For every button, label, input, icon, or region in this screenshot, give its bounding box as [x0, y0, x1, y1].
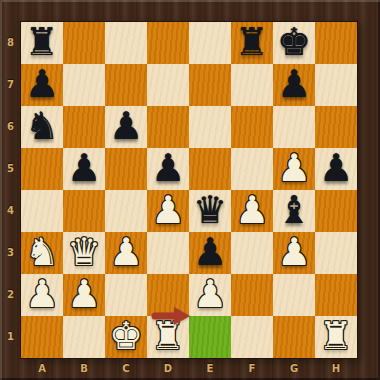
white-queen[interactable]: ♛ — [67, 233, 101, 271]
square-g4[interactable]: ♝ — [273, 190, 315, 232]
chessboard-frame: ♜♜♚♟♟♞♟♟♟♟♟♟♛♟♝♞♛♟♟♟♟♟♟♚♜♜ 87654321ABCDE… — [0, 0, 380, 380]
square-e3[interactable]: ♟ — [189, 232, 231, 274]
square-c8[interactable] — [105, 22, 147, 64]
square-f8[interactable]: ♜ — [231, 22, 273, 64]
rank-label-5: 5 — [0, 148, 21, 190]
square-f1[interactable] — [231, 316, 273, 358]
square-c3[interactable]: ♟ — [105, 232, 147, 274]
black-queen[interactable]: ♛ — [193, 191, 227, 229]
white-rook[interactable]: ♜ — [319, 317, 353, 355]
rank-label-8: 8 — [0, 22, 21, 64]
square-b7[interactable] — [63, 64, 105, 106]
rank-label-2: 2 — [0, 274, 21, 316]
square-h3[interactable] — [315, 232, 357, 274]
move-arrow — [148, 305, 194, 327]
white-pawn[interactable]: ♟ — [277, 233, 311, 271]
square-h1[interactable]: ♜ — [315, 316, 357, 358]
square-h8[interactable] — [315, 22, 357, 64]
rank-label-3: 3 — [0, 232, 21, 274]
square-d6[interactable] — [147, 106, 189, 148]
square-d4[interactable]: ♟ — [147, 190, 189, 232]
black-pawn[interactable]: ♟ — [193, 233, 227, 271]
file-label-f: F — [231, 358, 273, 380]
square-e4[interactable]: ♛ — [189, 190, 231, 232]
square-e7[interactable] — [189, 64, 231, 106]
square-f3[interactable] — [231, 232, 273, 274]
white-pawn[interactable]: ♟ — [151, 191, 185, 229]
square-e2[interactable]: ♟ — [189, 274, 231, 316]
square-g7[interactable]: ♟ — [273, 64, 315, 106]
file-label-h: H — [315, 358, 357, 380]
black-pawn[interactable]: ♟ — [67, 149, 101, 187]
black-pawn[interactable]: ♟ — [109, 107, 143, 145]
black-bishop[interactable]: ♝ — [277, 191, 311, 229]
square-b6[interactable] — [63, 106, 105, 148]
square-g6[interactable] — [273, 106, 315, 148]
white-pawn[interactable]: ♟ — [67, 275, 101, 313]
square-g1[interactable] — [273, 316, 315, 358]
black-knight[interactable]: ♞ — [25, 107, 59, 145]
square-a3[interactable]: ♞ — [21, 232, 63, 274]
square-g5[interactable]: ♟ — [273, 148, 315, 190]
square-b5[interactable]: ♟ — [63, 148, 105, 190]
square-a7[interactable]: ♟ — [21, 64, 63, 106]
square-a6[interactable]: ♞ — [21, 106, 63, 148]
square-e6[interactable] — [189, 106, 231, 148]
square-f5[interactable] — [231, 148, 273, 190]
white-pawn[interactable]: ♟ — [277, 149, 311, 187]
square-e1[interactable] — [189, 316, 231, 358]
square-h7[interactable] — [315, 64, 357, 106]
square-e5[interactable] — [189, 148, 231, 190]
square-h6[interactable] — [315, 106, 357, 148]
square-f4[interactable]: ♟ — [231, 190, 273, 232]
square-d3[interactable] — [147, 232, 189, 274]
square-a5[interactable] — [21, 148, 63, 190]
black-king[interactable]: ♚ — [277, 23, 311, 61]
file-label-d: D — [147, 358, 189, 380]
square-c2[interactable] — [105, 274, 147, 316]
square-c6[interactable]: ♟ — [105, 106, 147, 148]
white-king[interactable]: ♚ — [109, 317, 143, 355]
square-b8[interactable] — [63, 22, 105, 64]
square-h2[interactable] — [315, 274, 357, 316]
white-pawn[interactable]: ♟ — [109, 233, 143, 271]
square-d7[interactable] — [147, 64, 189, 106]
file-label-e: E — [189, 358, 231, 380]
square-b4[interactable] — [63, 190, 105, 232]
rank-label-7: 7 — [0, 64, 21, 106]
square-f7[interactable] — [231, 64, 273, 106]
black-rook[interactable]: ♜ — [25, 23, 59, 61]
square-g8[interactable]: ♚ — [273, 22, 315, 64]
black-pawn[interactable]: ♟ — [319, 149, 353, 187]
rank-label-4: 4 — [0, 190, 21, 232]
file-label-b: B — [63, 358, 105, 380]
rank-label-6: 6 — [0, 106, 21, 148]
black-pawn[interactable]: ♟ — [277, 65, 311, 103]
square-h5[interactable]: ♟ — [315, 148, 357, 190]
square-e8[interactable] — [189, 22, 231, 64]
square-c4[interactable] — [105, 190, 147, 232]
square-f6[interactable] — [231, 106, 273, 148]
square-b3[interactable]: ♛ — [63, 232, 105, 274]
square-a4[interactable] — [21, 190, 63, 232]
file-label-c: C — [105, 358, 147, 380]
black-rook[interactable]: ♜ — [235, 23, 269, 61]
square-c5[interactable] — [105, 148, 147, 190]
square-g3[interactable]: ♟ — [273, 232, 315, 274]
black-pawn[interactable]: ♟ — [151, 149, 185, 187]
square-b2[interactable]: ♟ — [63, 274, 105, 316]
white-knight[interactable]: ♞ — [25, 233, 59, 271]
white-pawn[interactable]: ♟ — [25, 275, 59, 313]
square-a2[interactable]: ♟ — [21, 274, 63, 316]
square-a1[interactable] — [21, 316, 63, 358]
square-d8[interactable] — [147, 22, 189, 64]
square-c7[interactable] — [105, 64, 147, 106]
square-g2[interactable] — [273, 274, 315, 316]
square-b1[interactable] — [63, 316, 105, 358]
square-h4[interactable] — [315, 190, 357, 232]
black-pawn[interactable]: ♟ — [25, 65, 59, 103]
square-a8[interactable]: ♜ — [21, 22, 63, 64]
square-c1[interactable]: ♚ — [105, 316, 147, 358]
square-f2[interactable] — [231, 274, 273, 316]
file-label-a: A — [21, 358, 63, 380]
file-label-g: G — [273, 358, 315, 380]
rank-label-1: 1 — [0, 316, 21, 358]
white-pawn[interactable]: ♟ — [193, 275, 227, 313]
white-pawn[interactable]: ♟ — [235, 191, 269, 229]
square-d5[interactable]: ♟ — [147, 148, 189, 190]
